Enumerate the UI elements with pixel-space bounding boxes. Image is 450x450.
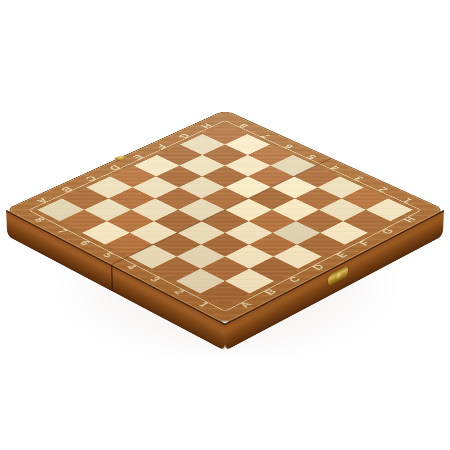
coord-rank-1-ne: 1 [400, 197, 415, 205]
coord-file-e-se: E [333, 250, 350, 259]
product-photo-scene: AA11BB22CC33DD44EE55FF66GG77HH88 [0, 0, 450, 450]
coord-file-c-se: C [285, 274, 303, 283]
coord-file-f-se: F [356, 239, 373, 247]
coord-rank-4-ne: 4 [328, 164, 343, 171]
coord-file-b-se: B [261, 287, 279, 296]
coord-rank-3-ne: 3 [351, 175, 366, 182]
apron-fold-seam [111, 264, 113, 292]
coord-rank-7-ne: 7 [258, 132, 273, 139]
coord-file-h-se: H [401, 215, 419, 223]
brass-clasp-icon [328, 265, 348, 287]
coord-rank-6-ne: 6 [281, 143, 296, 150]
coord-rank-5-ne: 5 [304, 153, 319, 160]
coord-rank-2-ne: 2 [376, 185, 391, 192]
coord-rank-8-ne: 8 [236, 122, 251, 129]
coord-file-g-se: G [378, 226, 396, 235]
coord-file-a-se: A [237, 299, 255, 308]
coord-file-d-se: D [309, 262, 327, 271]
brass-hinge-knob-icon [114, 155, 126, 161]
